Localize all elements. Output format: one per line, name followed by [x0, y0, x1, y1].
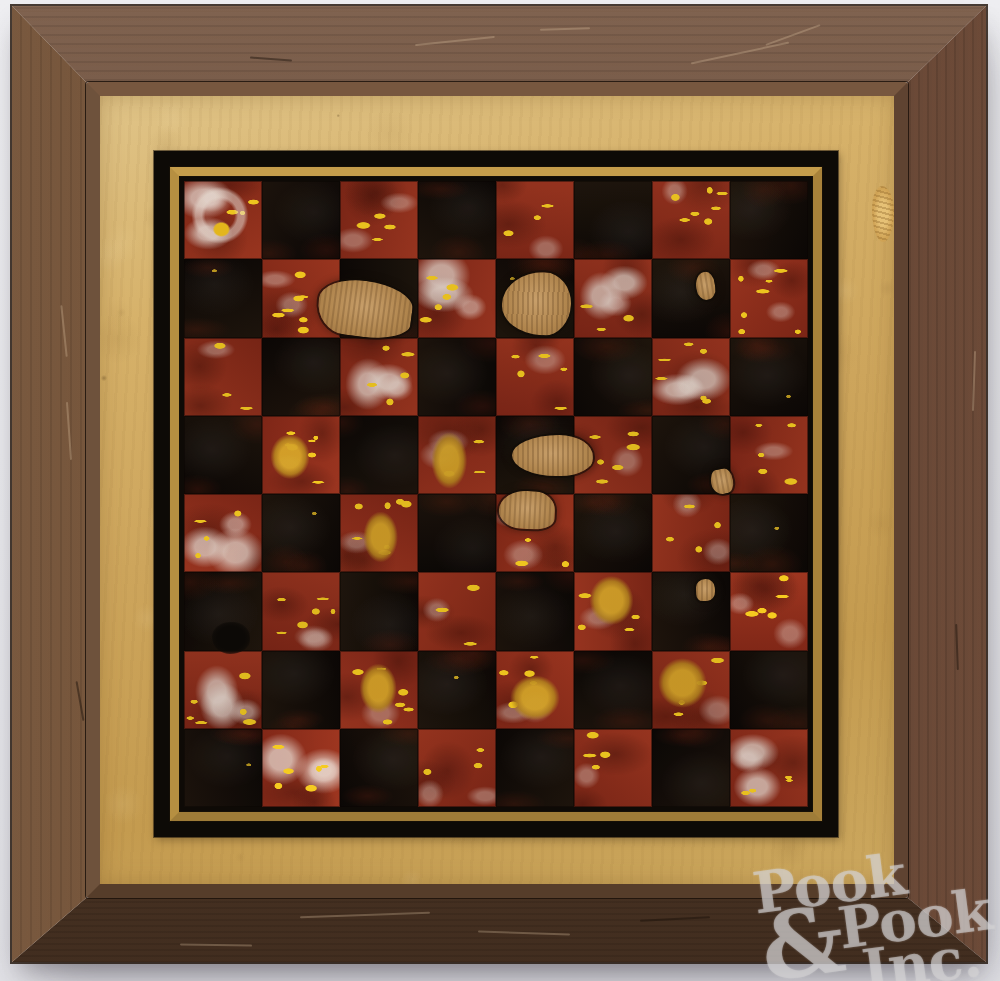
board-square	[496, 338, 574, 416]
board-square	[418, 651, 496, 729]
board-square	[652, 651, 730, 729]
board-square	[262, 416, 340, 494]
board-square	[418, 494, 496, 572]
board-square	[574, 338, 652, 416]
board-square	[184, 338, 262, 416]
board-square	[340, 572, 418, 650]
board-square	[652, 729, 730, 807]
board-square	[418, 259, 496, 337]
board-square	[340, 494, 418, 572]
board-square	[730, 651, 808, 729]
board-square	[730, 259, 808, 337]
board-square	[730, 338, 808, 416]
board-square	[340, 729, 418, 807]
board-square	[184, 494, 262, 572]
board-square	[262, 181, 340, 259]
board-square	[262, 651, 340, 729]
board-square	[184, 572, 262, 650]
board-square	[496, 181, 574, 259]
board-square	[574, 729, 652, 807]
board-square	[730, 181, 808, 259]
board-square	[340, 651, 418, 729]
board-square	[184, 416, 262, 494]
board-square	[340, 181, 418, 259]
board-square	[574, 651, 652, 729]
photo-background: Pook &Pook Inc.	[0, 0, 1000, 981]
board-square	[340, 259, 418, 337]
board-square	[262, 259, 340, 337]
board-square	[184, 259, 262, 337]
board-square	[652, 416, 730, 494]
board-square	[496, 572, 574, 650]
board-square	[340, 416, 418, 494]
board-square	[496, 494, 574, 572]
board-square	[730, 572, 808, 650]
board-square	[418, 729, 496, 807]
board-square	[184, 729, 262, 807]
board-square	[262, 572, 340, 650]
board-square	[340, 338, 418, 416]
board-square	[652, 494, 730, 572]
board-square	[574, 259, 652, 337]
board-square	[730, 416, 808, 494]
board-black-border	[154, 151, 838, 837]
checkerboard-grid	[184, 181, 808, 807]
board-square	[652, 259, 730, 337]
board-square	[496, 259, 574, 337]
board-square	[262, 729, 340, 807]
board-square	[652, 338, 730, 416]
board-square	[184, 181, 262, 259]
board-square	[574, 181, 652, 259]
board-square	[496, 416, 574, 494]
board-square	[574, 416, 652, 494]
board-square	[418, 416, 496, 494]
board-square	[574, 494, 652, 572]
board-gold-line-border	[170, 167, 822, 821]
board-square	[730, 494, 808, 572]
board-square	[730, 729, 808, 807]
board-square	[496, 651, 574, 729]
board-square	[262, 494, 340, 572]
board-square	[574, 572, 652, 650]
watermark-ampersand: &	[755, 885, 847, 981]
mat-damage-spot	[872, 186, 894, 242]
board-square	[418, 338, 496, 416]
board-square	[418, 181, 496, 259]
board-square	[652, 572, 730, 650]
board-square	[418, 572, 496, 650]
board-square	[496, 729, 574, 807]
board-square	[262, 338, 340, 416]
board-square	[652, 181, 730, 259]
board-square	[184, 651, 262, 729]
